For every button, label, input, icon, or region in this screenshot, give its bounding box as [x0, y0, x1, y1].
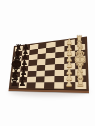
- board-square: [75, 82, 87, 89]
- chess-board: [9, 37, 89, 93]
- board-square: [35, 82, 44, 88]
- board-square: [54, 82, 64, 89]
- product-photo-scene: ♜♞♝♛♚♝♞♜♟♟♟♟♟♟♟♟♟♟♟♟♟♟♟♟♜♞♝♛♚♝♞♜: [0, 0, 95, 126]
- board-square: [64, 82, 75, 89]
- board-square: [44, 82, 54, 88]
- board-grid: [10, 38, 86, 89]
